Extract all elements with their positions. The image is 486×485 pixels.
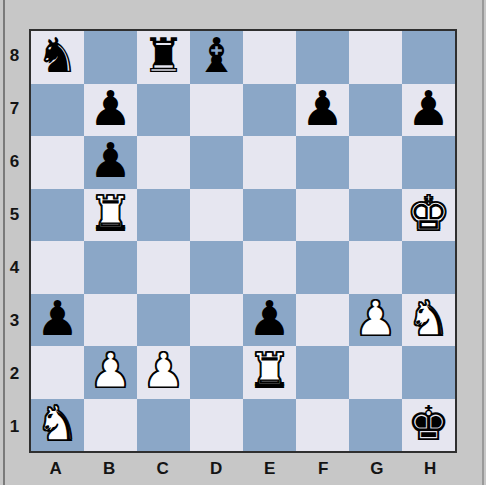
piece-white-pawn[interactable]: ♟: [89, 346, 132, 394]
file-label-e: E: [243, 453, 297, 484]
piece-white-pawn[interactable]: ♟: [142, 346, 185, 394]
piece-black-pawn[interactable]: ♟: [248, 294, 291, 342]
square-f7[interactable]: ♟: [296, 84, 349, 137]
square-h6[interactable]: [402, 136, 455, 189]
file-label-a: A: [29, 453, 83, 484]
square-e7[interactable]: [243, 84, 296, 137]
square-b1[interactable]: [84, 399, 137, 452]
square-g3[interactable]: ♟: [349, 294, 402, 347]
square-h3[interactable]: ♞: [402, 294, 455, 347]
square-e6[interactable]: [243, 136, 296, 189]
piece-black-bishop[interactable]: ♝: [195, 31, 238, 79]
piece-black-pawn[interactable]: ♟: [36, 294, 79, 342]
file-label-h: H: [404, 453, 458, 484]
square-a6[interactable]: [31, 136, 84, 189]
square-f2[interactable]: [296, 346, 349, 399]
square-h7[interactable]: ♟: [402, 84, 455, 137]
square-a8[interactable]: ♞: [31, 31, 84, 84]
square-f6[interactable]: [296, 136, 349, 189]
rank-label-4: 4: [0, 241, 29, 294]
square-h1[interactable]: ♚: [402, 399, 455, 452]
panel-edge-right: [482, 0, 484, 485]
square-a3[interactable]: ♟: [31, 294, 84, 347]
piece-black-rook[interactable]: ♜: [142, 31, 185, 79]
rank-label-2: 2: [0, 347, 29, 400]
square-g8[interactable]: [349, 31, 402, 84]
square-h8[interactable]: [402, 31, 455, 84]
square-a5[interactable]: [31, 189, 84, 242]
square-a2[interactable]: [31, 346, 84, 399]
square-d2[interactable]: [190, 346, 243, 399]
square-c2[interactable]: ♟: [137, 346, 190, 399]
rank-label-8: 8: [0, 29, 29, 82]
piece-white-king[interactable]: ♚: [407, 189, 450, 237]
square-d6[interactable]: [190, 136, 243, 189]
square-h2[interactable]: [402, 346, 455, 399]
square-a7[interactable]: [31, 84, 84, 137]
square-h5[interactable]: ♚: [402, 189, 455, 242]
rank-label-7: 7: [0, 82, 29, 135]
file-label-b: B: [83, 453, 137, 484]
square-f1[interactable]: [296, 399, 349, 452]
app-background: 87654321 ♞♜♝♟♟♟♟♜♚♟♟♟♞♟♟♜♞♚ ABCDEFGH: [0, 0, 486, 485]
square-e5[interactable]: [243, 189, 296, 242]
square-g4[interactable]: [349, 241, 402, 294]
square-e4[interactable]: [243, 241, 296, 294]
file-labels: ABCDEFGH: [29, 453, 457, 484]
square-c7[interactable]: [137, 84, 190, 137]
square-b6[interactable]: ♟: [84, 136, 137, 189]
square-c3[interactable]: [137, 294, 190, 347]
square-e2[interactable]: ♜: [243, 346, 296, 399]
square-c1[interactable]: [137, 399, 190, 452]
piece-white-knight[interactable]: ♞: [36, 399, 79, 447]
piece-black-pawn[interactable]: ♟: [89, 84, 132, 132]
square-g2[interactable]: [349, 346, 402, 399]
square-b8[interactable]: [84, 31, 137, 84]
square-e1[interactable]: [243, 399, 296, 452]
square-c6[interactable]: [137, 136, 190, 189]
square-d5[interactable]: [190, 189, 243, 242]
square-h4[interactable]: [402, 241, 455, 294]
square-c8[interactable]: ♜: [137, 31, 190, 84]
piece-black-pawn[interactable]: ♟: [89, 136, 132, 184]
square-a1[interactable]: ♞: [31, 399, 84, 452]
rank-labels: 87654321: [0, 29, 29, 453]
rank-label-6: 6: [0, 135, 29, 188]
square-f4[interactable]: [296, 241, 349, 294]
piece-black-pawn[interactable]: ♟: [407, 84, 450, 132]
square-g1[interactable]: [349, 399, 402, 452]
square-d8[interactable]: ♝: [190, 31, 243, 84]
square-b3[interactable]: [84, 294, 137, 347]
piece-black-knight[interactable]: ♞: [36, 31, 79, 79]
square-d4[interactable]: [190, 241, 243, 294]
square-c4[interactable]: [137, 241, 190, 294]
rank-label-1: 1: [0, 400, 29, 453]
piece-black-pawn[interactable]: ♟: [301, 84, 344, 132]
square-g7[interactable]: [349, 84, 402, 137]
square-e3[interactable]: ♟: [243, 294, 296, 347]
square-c5[interactable]: [137, 189, 190, 242]
square-d1[interactable]: [190, 399, 243, 452]
square-g5[interactable]: [349, 189, 402, 242]
piece-black-king[interactable]: ♚: [407, 399, 450, 447]
file-label-c: C: [136, 453, 190, 484]
square-b7[interactable]: ♟: [84, 84, 137, 137]
square-b2[interactable]: ♟: [84, 346, 137, 399]
piece-white-pawn[interactable]: ♟: [354, 294, 397, 342]
square-d7[interactable]: [190, 84, 243, 137]
file-label-d: D: [190, 453, 244, 484]
square-f3[interactable]: [296, 294, 349, 347]
square-f8[interactable]: [296, 31, 349, 84]
square-b4[interactable]: [84, 241, 137, 294]
square-a4[interactable]: [31, 241, 84, 294]
piece-white-knight[interactable]: ♞: [407, 294, 450, 342]
rank-label-5: 5: [0, 188, 29, 241]
rank-label-3: 3: [0, 294, 29, 347]
square-e8[interactable]: [243, 31, 296, 84]
piece-white-rook[interactable]: ♜: [89, 189, 132, 237]
square-b5[interactable]: ♜: [84, 189, 137, 242]
square-g6[interactable]: [349, 136, 402, 189]
square-d3[interactable]: [190, 294, 243, 347]
file-label-f: F: [297, 453, 351, 484]
piece-white-rook[interactable]: ♜: [248, 346, 291, 394]
chess-board: ♞♜♝♟♟♟♟♜♚♟♟♟♞♟♟♜♞♚: [29, 29, 457, 453]
file-label-g: G: [350, 453, 404, 484]
square-f5[interactable]: [296, 189, 349, 242]
